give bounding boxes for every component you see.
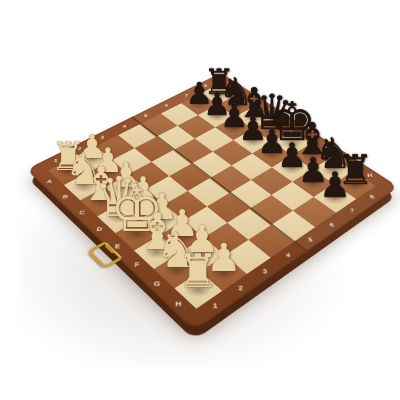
file-label: H (366, 173, 372, 178)
rank-label: 5 (144, 113, 148, 117)
rank-label: 4 (286, 252, 291, 258)
file-label: E (304, 132, 309, 136)
rank-label: 4 (123, 124, 127, 128)
file-label: E (115, 243, 121, 249)
file-label: B (248, 96, 253, 100)
file-label: D (284, 119, 289, 123)
rank-label: 3 (101, 135, 105, 139)
file-label: F (324, 145, 329, 149)
file-label: B (62, 194, 68, 199)
rank-label: 8 (204, 84, 207, 87)
file-label: G (344, 158, 350, 162)
rank-label: 7 (350, 208, 355, 213)
file-label: C (266, 107, 271, 111)
file-label: D (96, 226, 102, 231)
file-label: F (134, 261, 139, 267)
rank-label: 6 (165, 103, 169, 107)
rank-label: 8 (370, 194, 375, 199)
rank-label: 3 (263, 268, 268, 274)
file-label: H (175, 300, 181, 307)
rank-label: 7 (185, 93, 189, 97)
file-label: A (231, 85, 236, 89)
rank-label: 6 (330, 222, 335, 227)
latch-bar-icon (105, 245, 115, 254)
photo-stage: AA11BB22CC33DD44EE55FF66GG77HH88 ♜♞♝♛♚♝♞… (0, 0, 400, 400)
file-label: C (79, 210, 85, 215)
file-label: G (153, 280, 160, 286)
rank-label: 2 (78, 146, 83, 150)
rank-label: 2 (239, 285, 244, 291)
rank-label: 5 (308, 237, 313, 243)
rank-label: 1 (213, 302, 218, 309)
rank-label: 1 (54, 158, 59, 162)
file-label: A (46, 179, 52, 184)
